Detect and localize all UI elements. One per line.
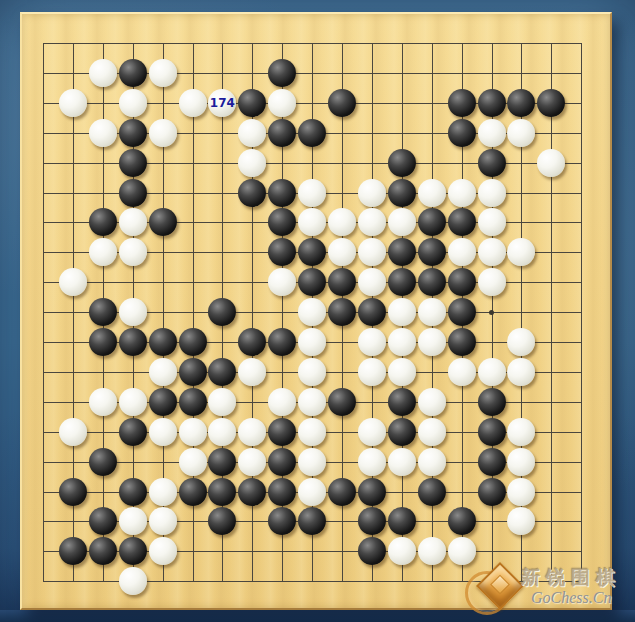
black-stone[interactable] <box>238 478 266 506</box>
white-stone[interactable] <box>358 238 386 266</box>
black-stone[interactable] <box>119 418 147 446</box>
logo-chinese-text: 新锐围棋 <box>521 565 635 591</box>
white-stone[interactable] <box>418 388 446 416</box>
white-stone[interactable] <box>298 448 326 476</box>
black-stone[interactable] <box>478 448 506 476</box>
logo-diamond-inner-facet <box>490 575 510 595</box>
white-stone[interactable] <box>179 448 207 476</box>
white-stone[interactable] <box>448 179 476 207</box>
black-stone[interactable] <box>268 238 296 266</box>
white-stone[interactable] <box>388 358 416 386</box>
white-stone[interactable] <box>298 298 326 326</box>
white-stone[interactable] <box>507 358 535 386</box>
white-stone[interactable] <box>208 388 236 416</box>
white-stone[interactable] <box>89 238 117 266</box>
white-stone[interactable] <box>149 358 177 386</box>
black-stone[interactable] <box>149 388 177 416</box>
black-stone[interactable] <box>358 478 386 506</box>
white-stone[interactable] <box>298 328 326 356</box>
black-stone[interactable] <box>119 478 147 506</box>
white-stone[interactable] <box>358 268 386 296</box>
black-stone[interactable] <box>388 388 416 416</box>
black-stone[interactable] <box>208 478 236 506</box>
black-stone[interactable] <box>268 59 296 87</box>
white-stone[interactable] <box>358 418 386 446</box>
white-stone[interactable] <box>208 418 236 446</box>
white-stone[interactable] <box>358 448 386 476</box>
white-stone[interactable] <box>119 238 147 266</box>
white-stone[interactable] <box>388 448 416 476</box>
screenshot-root: 174 新锐围棋 GoChess.Cn <box>0 0 635 622</box>
white-stone[interactable] <box>507 507 535 535</box>
white-stone[interactable] <box>298 358 326 386</box>
black-stone[interactable] <box>119 537 147 565</box>
gochess-watermark-logo: 新锐围棋 GoChess.Cn <box>461 563 635 615</box>
black-stone[interactable] <box>208 358 236 386</box>
white-stone[interactable] <box>537 149 565 177</box>
black-stone[interactable] <box>448 89 476 117</box>
white-stone[interactable] <box>388 208 416 236</box>
white-stone[interactable] <box>89 119 117 147</box>
white-stone[interactable] <box>478 208 506 236</box>
black-stone[interactable] <box>328 89 356 117</box>
black-stone[interactable] <box>328 388 356 416</box>
black-stone[interactable] <box>119 179 147 207</box>
black-stone[interactable] <box>537 89 565 117</box>
black-stone[interactable] <box>418 268 446 296</box>
white-stone[interactable] <box>478 179 506 207</box>
white-stone[interactable] <box>149 507 177 535</box>
white-stone[interactable] <box>418 298 446 326</box>
black-stone[interactable] <box>448 328 476 356</box>
white-stone[interactable] <box>358 179 386 207</box>
black-stone[interactable] <box>119 59 147 87</box>
white-stone[interactable] <box>298 418 326 446</box>
white-stone[interactable]: 174 <box>208 89 236 117</box>
black-stone[interactable] <box>268 507 296 535</box>
white-stone[interactable] <box>507 328 535 356</box>
white-stone[interactable] <box>89 59 117 87</box>
white-stone[interactable] <box>238 149 266 177</box>
black-stone[interactable] <box>298 268 326 296</box>
white-stone[interactable] <box>59 268 87 296</box>
white-stone[interactable] <box>119 298 147 326</box>
black-stone[interactable] <box>89 298 117 326</box>
logo-latin-text: GoChess.Cn <box>531 589 611 607</box>
white-stone[interactable] <box>149 119 177 147</box>
black-stone[interactable] <box>388 238 416 266</box>
white-stone[interactable] <box>179 89 207 117</box>
white-stone[interactable] <box>448 358 476 386</box>
white-stone[interactable] <box>298 388 326 416</box>
white-stone[interactable] <box>418 328 446 356</box>
white-stone[interactable] <box>328 208 356 236</box>
white-stone[interactable] <box>418 179 446 207</box>
white-stone[interactable] <box>149 59 177 87</box>
white-stone[interactable] <box>418 448 446 476</box>
black-stone[interactable] <box>179 478 207 506</box>
white-stone[interactable] <box>478 238 506 266</box>
black-stone[interactable] <box>328 478 356 506</box>
black-stone[interactable] <box>238 328 266 356</box>
white-stone[interactable] <box>119 507 147 535</box>
white-stone[interactable] <box>358 358 386 386</box>
white-stone[interactable] <box>298 179 326 207</box>
stone-layer: 174 <box>0 0 635 622</box>
black-stone[interactable] <box>358 507 386 535</box>
black-stone[interactable] <box>149 328 177 356</box>
black-stone[interactable] <box>507 89 535 117</box>
white-stone[interactable] <box>507 238 535 266</box>
black-stone[interactable] <box>448 119 476 147</box>
black-stone[interactable] <box>119 119 147 147</box>
white-stone[interactable] <box>238 448 266 476</box>
black-stone[interactable] <box>89 507 117 535</box>
black-stone[interactable] <box>448 268 476 296</box>
black-stone[interactable] <box>388 418 416 446</box>
black-stone[interactable] <box>238 179 266 207</box>
black-stone[interactable] <box>119 149 147 177</box>
white-stone[interactable] <box>119 567 147 595</box>
black-stone[interactable] <box>59 478 87 506</box>
white-stone[interactable] <box>238 418 266 446</box>
white-stone[interactable] <box>507 418 535 446</box>
white-stone[interactable] <box>119 208 147 236</box>
black-stone[interactable] <box>388 268 416 296</box>
black-stone[interactable] <box>388 507 416 535</box>
white-stone[interactable] <box>298 208 326 236</box>
white-stone[interactable] <box>358 328 386 356</box>
black-stone[interactable] <box>268 179 296 207</box>
white-stone[interactable] <box>328 238 356 266</box>
white-stone[interactable] <box>478 358 506 386</box>
black-stone[interactable] <box>358 537 386 565</box>
white-stone[interactable] <box>507 119 535 147</box>
black-stone[interactable] <box>119 328 147 356</box>
black-stone[interactable] <box>418 238 446 266</box>
white-stone[interactable] <box>238 358 266 386</box>
black-stone[interactable] <box>59 537 87 565</box>
white-stone[interactable] <box>388 328 416 356</box>
white-stone[interactable] <box>478 119 506 147</box>
black-stone[interactable] <box>358 298 386 326</box>
black-stone[interactable] <box>388 179 416 207</box>
black-stone[interactable] <box>388 149 416 177</box>
black-stone[interactable] <box>418 208 446 236</box>
white-stone[interactable] <box>119 388 147 416</box>
last-move-number-label: 174 <box>208 96 236 110</box>
white-stone[interactable] <box>507 448 535 476</box>
black-stone[interactable] <box>478 418 506 446</box>
white-stone[interactable] <box>448 537 476 565</box>
black-stone[interactable] <box>208 507 236 535</box>
white-stone[interactable] <box>418 418 446 446</box>
black-stone[interactable] <box>268 119 296 147</box>
black-stone[interactable] <box>448 507 476 535</box>
black-stone[interactable] <box>89 328 117 356</box>
black-stone[interactable] <box>328 268 356 296</box>
white-stone[interactable] <box>507 478 535 506</box>
black-stone[interactable] <box>298 507 326 535</box>
black-stone[interactable] <box>268 478 296 506</box>
white-stone[interactable] <box>298 478 326 506</box>
white-stone[interactable] <box>149 478 177 506</box>
black-stone[interactable] <box>149 208 177 236</box>
black-stone[interactable] <box>208 298 236 326</box>
black-stone[interactable] <box>328 298 356 326</box>
black-stone[interactable] <box>89 448 117 476</box>
black-stone[interactable] <box>208 448 236 476</box>
black-stone[interactable] <box>478 149 506 177</box>
black-stone[interactable] <box>418 478 446 506</box>
white-stone[interactable] <box>388 298 416 326</box>
black-stone[interactable] <box>179 388 207 416</box>
black-stone[interactable] <box>179 328 207 356</box>
white-stone[interactable] <box>448 238 476 266</box>
black-stone[interactable] <box>268 448 296 476</box>
white-stone[interactable] <box>268 268 296 296</box>
white-stone[interactable] <box>478 268 506 296</box>
black-stone[interactable] <box>478 388 506 416</box>
white-stone[interactable] <box>358 208 386 236</box>
black-stone[interactable] <box>268 208 296 236</box>
white-stone[interactable] <box>119 89 147 117</box>
black-stone[interactable] <box>89 208 117 236</box>
black-stone[interactable] <box>179 358 207 386</box>
black-stone[interactable] <box>89 537 117 565</box>
white-stone[interactable] <box>388 537 416 565</box>
white-stone[interactable] <box>418 537 446 565</box>
black-stone[interactable] <box>448 208 476 236</box>
white-stone[interactable] <box>179 418 207 446</box>
white-stone[interactable] <box>89 388 117 416</box>
white-stone[interactable] <box>268 89 296 117</box>
white-stone[interactable] <box>59 418 87 446</box>
black-stone[interactable] <box>478 478 506 506</box>
white-stone[interactable] <box>238 119 266 147</box>
white-stone[interactable] <box>149 537 177 565</box>
black-stone[interactable] <box>298 119 326 147</box>
black-stone[interactable] <box>268 418 296 446</box>
black-stone[interactable] <box>238 89 266 117</box>
black-stone[interactable] <box>268 328 296 356</box>
white-stone[interactable] <box>268 388 296 416</box>
white-stone[interactable] <box>59 89 87 117</box>
black-stone[interactable] <box>478 89 506 117</box>
black-stone[interactable] <box>298 238 326 266</box>
white-stone[interactable] <box>149 418 177 446</box>
black-stone[interactable] <box>448 298 476 326</box>
